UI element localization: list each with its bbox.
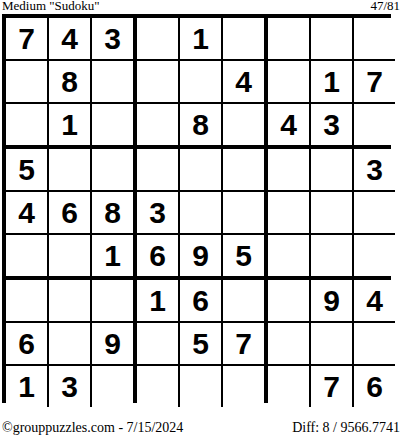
cell-r8c1[interactable]: 6 [6, 323, 47, 364]
footer: ©grouppuzzles.com - 7/15/2024 Diff: 8 / … [2, 420, 400, 435]
sudoku-box-1-1: 74381 [6, 18, 133, 145]
cell-r3c4[interactable] [137, 104, 178, 145]
cell-r1c1[interactable]: 7 [6, 18, 47, 59]
cell-r2c5[interactable] [180, 61, 221, 102]
cell-r7c2[interactable] [49, 280, 90, 321]
cell-r6c9[interactable] [354, 235, 395, 276]
cell-r4c9[interactable]: 3 [354, 149, 395, 190]
cell-r7c4[interactable]: 1 [137, 280, 178, 321]
cell-r4c5[interactable] [180, 149, 221, 190]
cell-r2c8[interactable]: 1 [311, 61, 352, 102]
cell-r9c3[interactable] [92, 366, 133, 407]
cell-r8c8[interactable] [311, 323, 352, 364]
sudoku-page: Medium "Sudoku" 47/81 743811481743546813… [0, 0, 402, 437]
cell-r1c8[interactable] [311, 18, 352, 59]
sudoku-box-1-3: 1743 [268, 18, 395, 145]
cell-r5c6[interactable] [223, 192, 264, 233]
sudoku-board: 7438114817435468136953691316579476 [2, 14, 391, 403]
header: Medium "Sudoku" 47/81 [2, 0, 400, 13]
cell-r4c8[interactable] [311, 149, 352, 190]
cell-r9c5[interactable] [180, 366, 221, 407]
cell-r7c8[interactable]: 9 [311, 280, 352, 321]
cell-r9c8[interactable]: 7 [311, 366, 352, 407]
cell-r1c4[interactable] [137, 18, 178, 59]
cell-r5c3[interactable]: 8 [92, 192, 133, 233]
cell-r5c5[interactable] [180, 192, 221, 233]
cell-r9c6[interactable] [223, 366, 264, 407]
cell-r9c4[interactable] [137, 366, 178, 407]
cell-r6c2[interactable] [49, 235, 90, 276]
cell-r9c1[interactable]: 1 [6, 366, 47, 407]
cell-r6c5[interactable]: 9 [180, 235, 221, 276]
cell-r9c9[interactable]: 6 [354, 366, 395, 407]
cell-counter: 47/81 [370, 0, 400, 13]
cell-r2c4[interactable] [137, 61, 178, 102]
sudoku-box-3-2: 1657 [137, 280, 264, 407]
cell-r6c8[interactable] [311, 235, 352, 276]
cell-r4c2[interactable] [49, 149, 90, 190]
cell-r4c1[interactable]: 5 [6, 149, 47, 190]
cell-r6c3[interactable]: 1 [92, 235, 133, 276]
cell-r3c3[interactable] [92, 104, 133, 145]
cell-r9c7[interactable] [268, 366, 309, 407]
cell-r2c3[interactable] [92, 61, 133, 102]
sudoku-box-2-3: 3 [268, 149, 395, 276]
cell-r3c6[interactable] [223, 104, 264, 145]
sudoku-box-1-2: 148 [137, 18, 264, 145]
cell-r5c8[interactable] [311, 192, 352, 233]
cell-r6c7[interactable] [268, 235, 309, 276]
cell-r8c2[interactable] [49, 323, 90, 364]
cell-r7c9[interactable]: 4 [354, 280, 395, 321]
cell-r7c7[interactable] [268, 280, 309, 321]
cell-r6c1[interactable] [6, 235, 47, 276]
sudoku-box-2-2: 3695 [137, 149, 264, 276]
cell-r2c7[interactable] [268, 61, 309, 102]
cell-r8c3[interactable]: 9 [92, 323, 133, 364]
cell-r5c9[interactable] [354, 192, 395, 233]
cell-r1c6[interactable] [223, 18, 264, 59]
puzzle-title: Medium "Sudoku" [2, 0, 100, 13]
cell-r3c5[interactable]: 8 [180, 104, 221, 145]
cell-r8c9[interactable] [354, 323, 395, 364]
cell-r8c5[interactable]: 5 [180, 323, 221, 364]
copyright-text: ©grouppuzzles.com - 7/15/2024 [2, 420, 183, 435]
cell-r8c6[interactable]: 7 [223, 323, 264, 364]
cell-r4c6[interactable] [223, 149, 264, 190]
sudoku-box-3-1: 6913 [6, 280, 133, 407]
cell-r1c3[interactable]: 3 [92, 18, 133, 59]
cell-r5c2[interactable]: 6 [49, 192, 90, 233]
cell-r8c7[interactable] [268, 323, 309, 364]
cell-r4c7[interactable] [268, 149, 309, 190]
cell-r5c1[interactable]: 4 [6, 192, 47, 233]
cell-r3c1[interactable] [6, 104, 47, 145]
cell-r5c4[interactable]: 3 [137, 192, 178, 233]
cell-r4c3[interactable] [92, 149, 133, 190]
cell-r2c2[interactable]: 8 [49, 61, 90, 102]
cell-r6c6[interactable]: 5 [223, 235, 264, 276]
cell-r3c2[interactable]: 1 [49, 104, 90, 145]
cell-r1c7[interactable] [268, 18, 309, 59]
cell-r3c7[interactable]: 4 [268, 104, 309, 145]
cell-r7c6[interactable] [223, 280, 264, 321]
cell-r8c4[interactable] [137, 323, 178, 364]
cell-r5c7[interactable] [268, 192, 309, 233]
cell-r7c3[interactable] [92, 280, 133, 321]
cell-r1c2[interactable]: 4 [49, 18, 90, 59]
cell-r1c9[interactable] [354, 18, 395, 59]
sudoku-box-3-3: 9476 [268, 280, 395, 407]
cell-r3c9[interactable] [354, 104, 395, 145]
cell-r2c6[interactable]: 4 [223, 61, 264, 102]
cell-r2c1[interactable] [6, 61, 47, 102]
cell-r3c8[interactable]: 3 [311, 104, 352, 145]
cell-r6c4[interactable]: 6 [137, 235, 178, 276]
difficulty-text: Diff: 8 / 9566.7741 [292, 420, 400, 435]
cell-r7c1[interactable] [6, 280, 47, 321]
cell-r2c9[interactable]: 7 [354, 61, 395, 102]
cell-r1c5[interactable]: 1 [180, 18, 221, 59]
cell-r9c2[interactable]: 3 [49, 366, 90, 407]
cell-r4c4[interactable] [137, 149, 178, 190]
sudoku-box-2-1: 54681 [6, 149, 133, 276]
cell-r7c5[interactable]: 6 [180, 280, 221, 321]
